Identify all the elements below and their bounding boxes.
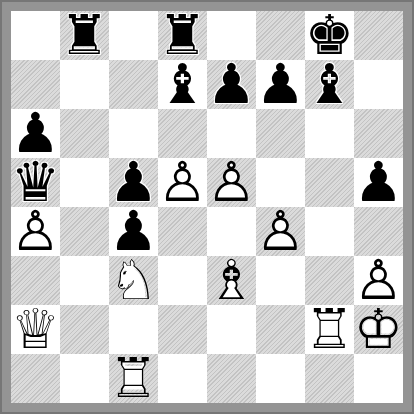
square-c3[interactable]: ♞♘ <box>109 256 158 305</box>
white-king: ♔ <box>354 305 403 354</box>
square-d3[interactable] <box>158 256 207 305</box>
square-d8[interactable]: ♜ <box>158 11 207 60</box>
black-king: ♚ <box>305 11 354 60</box>
square-d6[interactable] <box>158 109 207 158</box>
square-b4[interactable] <box>60 207 109 256</box>
square-b7[interactable] <box>60 60 109 109</box>
square-e6[interactable] <box>207 109 256 158</box>
square-b2[interactable] <box>60 305 109 354</box>
square-b5[interactable] <box>60 158 109 207</box>
black-queen: ♛ <box>11 158 60 207</box>
square-f5[interactable] <box>256 158 305 207</box>
square-g1[interactable] <box>305 354 354 403</box>
white-queen: ♕ <box>11 305 60 354</box>
square-f6[interactable] <box>256 109 305 158</box>
square-f1[interactable] <box>256 354 305 403</box>
white-pawn-fill: ♟ <box>207 158 256 207</box>
black-pawn: ♟ <box>109 207 158 256</box>
square-f2[interactable] <box>256 305 305 354</box>
square-h4[interactable] <box>354 207 403 256</box>
white-pawn-fill: ♟ <box>256 207 305 256</box>
white-pawn-fill: ♟ <box>354 256 403 305</box>
black-bishop: ♝ <box>305 60 354 109</box>
black-bishop: ♝ <box>158 60 207 109</box>
square-b6[interactable] <box>60 109 109 158</box>
white-pawn: ♙ <box>158 158 207 207</box>
white-pawn: ♙ <box>11 207 60 256</box>
square-c8[interactable] <box>109 11 158 60</box>
white-bishop-fill: ♝ <box>207 256 256 305</box>
white-queen-fill: ♛ <box>11 305 60 354</box>
black-pawn: ♟ <box>11 109 60 158</box>
square-e2[interactable] <box>207 305 256 354</box>
square-g5[interactable] <box>305 158 354 207</box>
square-c6[interactable] <box>109 109 158 158</box>
square-b1[interactable] <box>60 354 109 403</box>
square-g6[interactable] <box>305 109 354 158</box>
square-h5[interactable]: ♟ <box>354 158 403 207</box>
chess-board: ♜♜♚♝♟♟♝♟♛♟♟♙♟♙♟♟♙♟♟♙♞♘♝♗♟♙♛♕♜♖♚♔♜♖ <box>11 11 403 403</box>
square-g3[interactable] <box>305 256 354 305</box>
square-h2[interactable]: ♚♔ <box>354 305 403 354</box>
square-g7[interactable]: ♝ <box>305 60 354 109</box>
square-e1[interactable] <box>207 354 256 403</box>
square-g8[interactable]: ♚ <box>305 11 354 60</box>
white-rook-fill: ♜ <box>109 354 158 403</box>
black-pawn: ♟ <box>109 158 158 207</box>
white-rook: ♖ <box>305 305 354 354</box>
square-a1[interactable] <box>11 354 60 403</box>
black-pawn: ♟ <box>207 60 256 109</box>
square-h1[interactable] <box>354 354 403 403</box>
square-d2[interactable] <box>158 305 207 354</box>
square-e5[interactable]: ♟♙ <box>207 158 256 207</box>
square-c7[interactable] <box>109 60 158 109</box>
square-d1[interactable] <box>158 354 207 403</box>
white-bishop: ♗ <box>207 256 256 305</box>
square-a8[interactable] <box>11 11 60 60</box>
white-rook: ♖ <box>109 354 158 403</box>
square-e7[interactable]: ♟ <box>207 60 256 109</box>
square-a4[interactable]: ♟♙ <box>11 207 60 256</box>
white-pawn: ♙ <box>207 158 256 207</box>
white-pawn-fill: ♟ <box>158 158 207 207</box>
square-h7[interactable] <box>354 60 403 109</box>
white-knight-fill: ♞ <box>109 256 158 305</box>
square-h6[interactable] <box>354 109 403 158</box>
square-c2[interactable] <box>109 305 158 354</box>
square-b8[interactable]: ♜ <box>60 11 109 60</box>
square-f7[interactable]: ♟ <box>256 60 305 109</box>
square-f3[interactable] <box>256 256 305 305</box>
square-a2[interactable]: ♛♕ <box>11 305 60 354</box>
square-f4[interactable]: ♟♙ <box>256 207 305 256</box>
square-g4[interactable] <box>305 207 354 256</box>
black-pawn: ♟ <box>256 60 305 109</box>
square-e8[interactable] <box>207 11 256 60</box>
white-king-fill: ♚ <box>354 305 403 354</box>
square-d4[interactable] <box>158 207 207 256</box>
white-knight: ♘ <box>109 256 158 305</box>
square-d5[interactable]: ♟♙ <box>158 158 207 207</box>
square-c5[interactable]: ♟ <box>109 158 158 207</box>
square-a5[interactable]: ♛ <box>11 158 60 207</box>
square-d7[interactable]: ♝ <box>158 60 207 109</box>
square-h3[interactable]: ♟♙ <box>354 256 403 305</box>
square-a3[interactable] <box>11 256 60 305</box>
black-rook: ♜ <box>158 11 207 60</box>
square-e4[interactable] <box>207 207 256 256</box>
white-rook-fill: ♜ <box>305 305 354 354</box>
square-a7[interactable] <box>11 60 60 109</box>
square-a6[interactable]: ♟ <box>11 109 60 158</box>
square-c4[interactable]: ♟ <box>109 207 158 256</box>
square-h8[interactable] <box>354 11 403 60</box>
white-pawn: ♙ <box>256 207 305 256</box>
square-b3[interactable] <box>60 256 109 305</box>
square-c1[interactable]: ♜♖ <box>109 354 158 403</box>
black-pawn: ♟ <box>354 158 403 207</box>
white-pawn: ♙ <box>354 256 403 305</box>
square-f8[interactable] <box>256 11 305 60</box>
white-pawn-fill: ♟ <box>11 207 60 256</box>
square-g2[interactable]: ♜♖ <box>305 305 354 354</box>
chess-board-frame: ♜♜♚♝♟♟♝♟♛♟♟♙♟♙♟♟♙♟♟♙♞♘♝♗♟♙♛♕♜♖♚♔♜♖ <box>0 0 414 414</box>
black-rook: ♜ <box>60 11 109 60</box>
square-e3[interactable]: ♝♗ <box>207 256 256 305</box>
